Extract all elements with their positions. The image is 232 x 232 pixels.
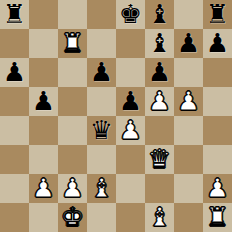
white-pawn-b2[interactable]: ♟: [32, 174, 55, 203]
square-b4[interactable]: [29, 116, 58, 145]
square-b5[interactable]: ♟: [29, 87, 58, 116]
square-g1[interactable]: [174, 203, 203, 232]
black-pawn-d6[interactable]: ♟: [90, 58, 113, 87]
white-pawn-g5[interactable]: ♟: [177, 87, 200, 116]
black-pawn-g7[interactable]: ♟: [177, 29, 200, 58]
square-a3[interactable]: [0, 145, 29, 174]
square-e6[interactable]: [116, 58, 145, 87]
square-b3[interactable]: [29, 145, 58, 174]
square-d1[interactable]: [87, 203, 116, 232]
square-e7[interactable]: [116, 29, 145, 58]
white-bishop-f1[interactable]: ♝: [148, 203, 171, 232]
white-pawn-c2[interactable]: ♟: [61, 174, 84, 203]
square-h2[interactable]: ♟: [203, 174, 232, 203]
square-g3[interactable]: [174, 145, 203, 174]
chess-board-container: ♜♚♝♜♜♝♟♟♟♟♟♟♟♟♟♛♟♛♟♟♝♟♚♝♜: [0, 0, 232, 232]
square-a7[interactable]: [0, 29, 29, 58]
square-f7[interactable]: ♝: [145, 29, 174, 58]
square-g6[interactable]: [174, 58, 203, 87]
square-c8[interactable]: [58, 0, 87, 29]
square-f2[interactable]: [145, 174, 174, 203]
square-b2[interactable]: ♟: [29, 174, 58, 203]
black-pawn-h7[interactable]: ♟: [206, 29, 229, 58]
white-bishop-d2[interactable]: ♝: [90, 174, 113, 203]
square-b6[interactable]: [29, 58, 58, 87]
square-a8[interactable]: ♜: [0, 0, 29, 29]
square-g2[interactable]: [174, 174, 203, 203]
square-h4[interactable]: [203, 116, 232, 145]
black-pawn-f6[interactable]: ♟: [148, 58, 171, 87]
white-pawn-e4[interactable]: ♟: [119, 116, 142, 145]
square-b1[interactable]: [29, 203, 58, 232]
square-c3[interactable]: [58, 145, 87, 174]
square-c4[interactable]: [58, 116, 87, 145]
square-a2[interactable]: [0, 174, 29, 203]
square-d4[interactable]: ♛: [87, 116, 116, 145]
square-g4[interactable]: [174, 116, 203, 145]
square-c2[interactable]: ♟: [58, 174, 87, 203]
black-queen-d4[interactable]: ♛: [90, 116, 113, 145]
square-f6[interactable]: ♟: [145, 58, 174, 87]
white-pawn-f5[interactable]: ♟: [148, 87, 171, 116]
square-h8[interactable]: ♜: [203, 0, 232, 29]
square-e8[interactable]: ♚: [116, 0, 145, 29]
square-c6[interactable]: [58, 58, 87, 87]
square-h7[interactable]: ♟: [203, 29, 232, 58]
square-h5[interactable]: [203, 87, 232, 116]
square-b7[interactable]: [29, 29, 58, 58]
square-f5[interactable]: ♟: [145, 87, 174, 116]
square-b8[interactable]: [29, 0, 58, 29]
black-pawn-a6[interactable]: ♟: [3, 58, 26, 87]
square-e5[interactable]: ♟: [116, 87, 145, 116]
black-pawn-b5[interactable]: ♟: [32, 87, 55, 116]
square-a1[interactable]: [0, 203, 29, 232]
square-a4[interactable]: [0, 116, 29, 145]
square-c5[interactable]: [58, 87, 87, 116]
black-king-e8[interactable]: ♚: [119, 0, 142, 29]
square-h3[interactable]: [203, 145, 232, 174]
square-d5[interactable]: [87, 87, 116, 116]
square-a6[interactable]: ♟: [0, 58, 29, 87]
black-bishop-f8[interactable]: ♝: [148, 0, 171, 29]
white-pawn-h2[interactable]: ♟: [206, 174, 229, 203]
square-c1[interactable]: ♚: [58, 203, 87, 232]
square-f8[interactable]: ♝: [145, 0, 174, 29]
white-rook-h1[interactable]: ♜: [206, 203, 229, 232]
chess-board: ♜♚♝♜♜♝♟♟♟♟♟♟♟♟♟♛♟♛♟♟♝♟♚♝♜: [0, 0, 232, 232]
square-e1[interactable]: [116, 203, 145, 232]
square-f4[interactable]: [145, 116, 174, 145]
square-e4[interactable]: ♟: [116, 116, 145, 145]
square-g7[interactable]: ♟: [174, 29, 203, 58]
square-d7[interactable]: [87, 29, 116, 58]
square-c7[interactable]: ♜: [58, 29, 87, 58]
black-rook-a8[interactable]: ♜: [3, 0, 26, 29]
square-f3[interactable]: ♛: [145, 145, 174, 174]
square-d2[interactable]: ♝: [87, 174, 116, 203]
square-d8[interactable]: [87, 0, 116, 29]
square-h1[interactable]: ♜: [203, 203, 232, 232]
square-a5[interactable]: [0, 87, 29, 116]
square-g5[interactable]: ♟: [174, 87, 203, 116]
black-bishop-f7[interactable]: ♝: [148, 29, 171, 58]
white-rook-c7[interactable]: ♜: [61, 29, 84, 58]
black-rook-h8[interactable]: ♜: [206, 0, 229, 29]
square-g8[interactable]: [174, 0, 203, 29]
white-king-c1[interactable]: ♚: [61, 203, 84, 232]
square-d3[interactable]: [87, 145, 116, 174]
square-f1[interactable]: ♝: [145, 203, 174, 232]
square-d6[interactable]: ♟: [87, 58, 116, 87]
square-h6[interactable]: [203, 58, 232, 87]
square-e3[interactable]: [116, 145, 145, 174]
white-queen-f3[interactable]: ♛: [148, 145, 171, 174]
square-e2[interactable]: [116, 174, 145, 203]
black-pawn-e5[interactable]: ♟: [119, 87, 142, 116]
